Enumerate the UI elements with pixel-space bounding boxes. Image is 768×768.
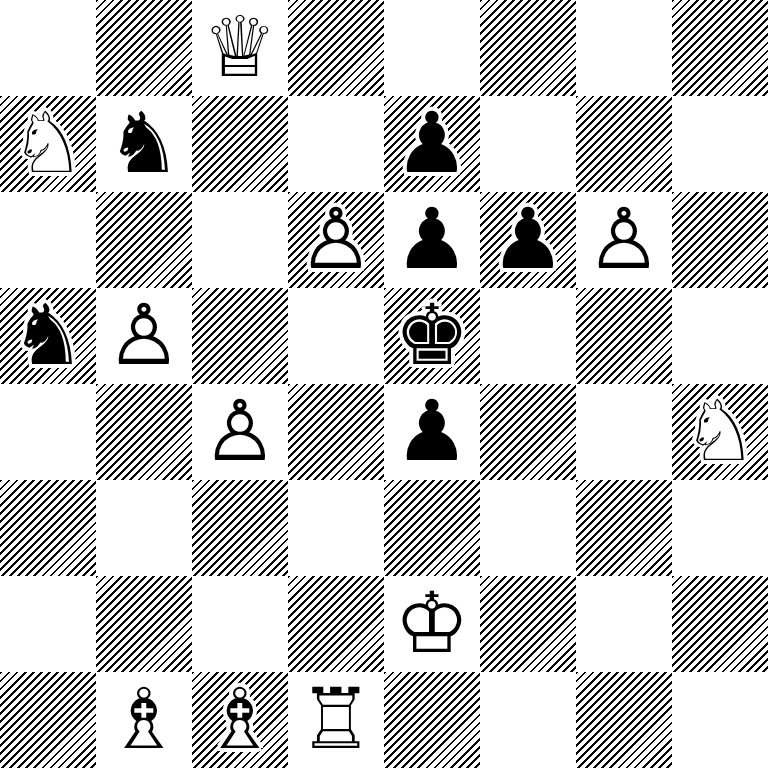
square-h6[interactable] — [672, 192, 768, 288]
square-h7[interactable] — [672, 96, 768, 192]
piece-glyph: ♚ — [384, 288, 480, 384]
square-b1[interactable]: ♝♗ — [96, 672, 192, 768]
square-g1[interactable] — [576, 672, 672, 768]
piece-black-knight[interactable]: ♞♞ — [96, 96, 192, 192]
square-f3[interactable] — [480, 480, 576, 576]
piece-white-knight[interactable]: ♞♘ — [672, 384, 768, 480]
square-e4[interactable]: ♟♟ — [384, 384, 480, 480]
piece-glyph: ♙ — [96, 288, 192, 384]
square-d7[interactable] — [288, 96, 384, 192]
piece-black-pawn[interactable]: ♟♟ — [384, 192, 480, 288]
piece-white-pawn[interactable]: ♟♙ — [192, 384, 288, 480]
square-b6[interactable] — [96, 192, 192, 288]
square-g7[interactable] — [576, 96, 672, 192]
square-e6[interactable]: ♟♟ — [384, 192, 480, 288]
square-e3[interactable] — [384, 480, 480, 576]
square-c3[interactable] — [192, 480, 288, 576]
piece-glyph: ♕ — [192, 0, 288, 96]
square-a1[interactable] — [0, 672, 96, 768]
square-b5[interactable]: ♟♙ — [96, 288, 192, 384]
square-b7[interactable]: ♞♞ — [96, 96, 192, 192]
square-d2[interactable] — [288, 576, 384, 672]
square-g2[interactable] — [576, 576, 672, 672]
piece-white-pawn[interactable]: ♟♙ — [576, 192, 672, 288]
square-a6[interactable] — [0, 192, 96, 288]
square-f5[interactable] — [480, 288, 576, 384]
square-a7[interactable]: ♞♘ — [0, 96, 96, 192]
square-b2[interactable] — [96, 576, 192, 672]
piece-glyph: ♙ — [192, 384, 288, 480]
square-d8[interactable] — [288, 0, 384, 96]
square-e8[interactable] — [384, 0, 480, 96]
square-d5[interactable] — [288, 288, 384, 384]
square-h4[interactable]: ♞♘ — [672, 384, 768, 480]
square-e5[interactable]: ♚♚ — [384, 288, 480, 384]
square-g8[interactable] — [576, 0, 672, 96]
chess-board: ♛♕♞♘♞♞♟♟♟♙♟♟♟♟♟♙♞♞♟♙♚♚♟♙♟♟♞♘♚♔♝♗♝♗♜♖ — [0, 0, 768, 768]
square-e2[interactable]: ♚♔ — [384, 576, 480, 672]
square-c1[interactable]: ♝♗ — [192, 672, 288, 768]
piece-black-knight[interactable]: ♞♞ — [0, 288, 96, 384]
piece-white-king[interactable]: ♚♔ — [384, 576, 480, 672]
square-d6[interactable]: ♟♙ — [288, 192, 384, 288]
square-b3[interactable] — [96, 480, 192, 576]
square-h1[interactable] — [672, 672, 768, 768]
piece-white-rook[interactable]: ♜♖ — [288, 672, 384, 768]
square-h2[interactable] — [672, 576, 768, 672]
square-c4[interactable]: ♟♙ — [192, 384, 288, 480]
piece-glyph: ♙ — [288, 192, 384, 288]
piece-white-bishop[interactable]: ♝♗ — [192, 672, 288, 768]
square-f1[interactable] — [480, 672, 576, 768]
square-d3[interactable] — [288, 480, 384, 576]
piece-white-queen[interactable]: ♛♕ — [192, 0, 288, 96]
piece-white-bishop[interactable]: ♝♗ — [96, 672, 192, 768]
piece-glyph: ♗ — [96, 672, 192, 768]
square-b4[interactable] — [96, 384, 192, 480]
piece-black-king[interactable]: ♚♚ — [384, 288, 480, 384]
piece-glyph: ♞ — [96, 96, 192, 192]
square-f7[interactable] — [480, 96, 576, 192]
square-d1[interactable]: ♜♖ — [288, 672, 384, 768]
square-c8[interactable]: ♛♕ — [192, 0, 288, 96]
piece-black-pawn[interactable]: ♟♟ — [384, 96, 480, 192]
square-a4[interactable] — [0, 384, 96, 480]
square-h5[interactable] — [672, 288, 768, 384]
square-h8[interactable] — [672, 0, 768, 96]
piece-glyph: ♟ — [384, 192, 480, 288]
square-g4[interactable] — [576, 384, 672, 480]
piece-white-pawn[interactable]: ♟♙ — [288, 192, 384, 288]
square-f4[interactable] — [480, 384, 576, 480]
square-e7[interactable]: ♟♟ — [384, 96, 480, 192]
square-c5[interactable] — [192, 288, 288, 384]
piece-white-pawn[interactable]: ♟♙ — [96, 288, 192, 384]
square-b8[interactable] — [96, 0, 192, 96]
piece-glyph: ♖ — [288, 672, 384, 768]
piece-glyph: ♟ — [384, 96, 480, 192]
square-c2[interactable] — [192, 576, 288, 672]
piece-black-pawn[interactable]: ♟♟ — [384, 384, 480, 480]
piece-glyph: ♘ — [672, 384, 768, 480]
square-a2[interactable] — [0, 576, 96, 672]
square-f8[interactable] — [480, 0, 576, 96]
piece-glyph: ♞ — [0, 288, 96, 384]
square-h3[interactable] — [672, 480, 768, 576]
square-g6[interactable]: ♟♙ — [576, 192, 672, 288]
piece-glyph: ♟ — [480, 192, 576, 288]
square-g3[interactable] — [576, 480, 672, 576]
square-e1[interactable] — [384, 672, 480, 768]
square-f2[interactable] — [480, 576, 576, 672]
square-c6[interactable] — [192, 192, 288, 288]
piece-white-knight[interactable]: ♞♘ — [0, 96, 96, 192]
square-a3[interactable] — [0, 480, 96, 576]
square-a8[interactable] — [0, 0, 96, 96]
square-f6[interactable]: ♟♟ — [480, 192, 576, 288]
piece-glyph: ♘ — [0, 96, 96, 192]
square-a5[interactable]: ♞♞ — [0, 288, 96, 384]
piece-glyph: ♔ — [384, 576, 480, 672]
piece-black-pawn[interactable]: ♟♟ — [480, 192, 576, 288]
square-c7[interactable] — [192, 96, 288, 192]
piece-glyph: ♗ — [192, 672, 288, 768]
piece-glyph: ♟ — [384, 384, 480, 480]
square-d4[interactable] — [288, 384, 384, 480]
square-g5[interactable] — [576, 288, 672, 384]
piece-glyph: ♙ — [576, 192, 672, 288]
